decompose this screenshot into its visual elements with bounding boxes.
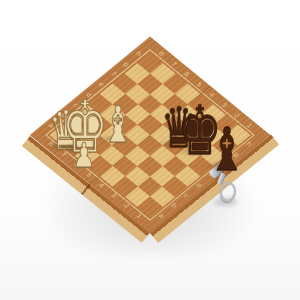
rank-label-front-2: 2 xyxy=(122,203,130,210)
rank-label-far-8: 8 xyxy=(157,51,165,58)
white-pawn-piece: ♟ xyxy=(73,138,95,172)
file-label-front-c: c xyxy=(182,192,190,198)
file-label-front-a: a xyxy=(157,213,165,220)
rank-label-far-7: 7 xyxy=(170,61,178,68)
rank-label-front-1: 1 xyxy=(135,213,143,220)
chess-set-product-photo: 88aa77bb66cc55dd44ee33ff22gg11hh ♛♚♝♟♛♚♝ xyxy=(0,0,300,300)
rank-label-front-3: 3 xyxy=(110,192,118,199)
black-bishop-piece: ♝ xyxy=(208,119,247,179)
rank-label-far-6: 6 xyxy=(182,71,190,78)
rank-label-far-5: 5 xyxy=(195,81,203,88)
rank-label-front-4: 4 xyxy=(97,182,105,189)
